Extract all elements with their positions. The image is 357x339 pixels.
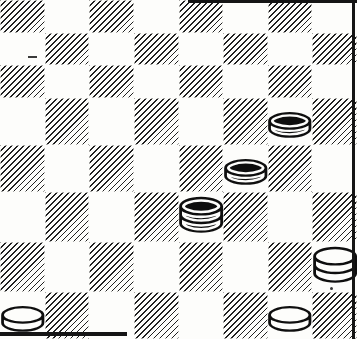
square-r7c5 bbox=[223, 292, 268, 339]
square-r6c0 bbox=[0, 242, 45, 292]
square-r5c0 bbox=[0, 192, 45, 242]
square-r0c5 bbox=[223, 0, 268, 33]
square-r0c2 bbox=[89, 0, 134, 33]
black-man-piece: ⛂ bbox=[221, 145, 269, 192]
scan-speck bbox=[28, 56, 37, 58]
square-r3c2 bbox=[89, 98, 134, 145]
square-r0c3 bbox=[134, 0, 179, 33]
square-r4c0 bbox=[0, 145, 45, 192]
white-king-piece: ⛁ bbox=[310, 241, 357, 291]
square-r1c3 bbox=[134, 33, 179, 66]
board-border-bottom bbox=[0, 332, 127, 336]
square-r4c6 bbox=[268, 145, 313, 192]
square-r5c3 bbox=[134, 192, 179, 242]
square-r3c0 bbox=[0, 98, 45, 145]
square-r3c7 bbox=[312, 98, 357, 145]
square-r2c1 bbox=[45, 65, 90, 98]
square-r6c7: ⛁ bbox=[312, 242, 357, 292]
square-r0c0 bbox=[0, 0, 45, 33]
square-r0c4 bbox=[179, 0, 224, 33]
square-r3c6: ⛂ bbox=[268, 98, 313, 145]
square-r2c7 bbox=[312, 65, 357, 98]
square-r4c2 bbox=[89, 145, 134, 192]
square-r5c2 bbox=[89, 192, 134, 242]
square-r4c1 bbox=[45, 145, 90, 192]
square-r1c1 bbox=[45, 33, 90, 66]
square-r5c4: ⛃ bbox=[179, 192, 224, 242]
square-r2c3 bbox=[134, 65, 179, 98]
square-r3c4 bbox=[179, 98, 224, 145]
black-man-piece: ⛂ bbox=[266, 98, 314, 145]
board-border-top bbox=[188, 0, 357, 3]
scanned-checkers-diagram: ⛂⛂⛃⛁⛀⛀ bbox=[0, 0, 357, 339]
square-r5c5 bbox=[223, 192, 268, 242]
square-r3c3 bbox=[134, 98, 179, 145]
square-r1c4 bbox=[179, 33, 224, 66]
square-r1c0 bbox=[0, 33, 45, 66]
square-r6c6 bbox=[268, 242, 313, 292]
white-man-piece: ⛀ bbox=[266, 292, 314, 339]
square-r7c4 bbox=[179, 292, 224, 339]
square-r2c0 bbox=[0, 65, 45, 98]
square-r3c5 bbox=[223, 98, 268, 145]
square-r4c4 bbox=[179, 145, 224, 192]
square-r1c7 bbox=[312, 33, 357, 66]
square-r7c6: ⛀ bbox=[268, 292, 313, 339]
square-r6c4 bbox=[179, 242, 224, 292]
square-r1c5 bbox=[223, 33, 268, 66]
square-r0c7 bbox=[312, 0, 357, 33]
square-r5c1 bbox=[45, 192, 90, 242]
square-r1c6 bbox=[268, 33, 313, 66]
square-r0c1 bbox=[45, 0, 90, 33]
square-r2c5 bbox=[223, 65, 268, 98]
square-r4c5: ⛂ bbox=[223, 145, 268, 192]
square-r0c6 bbox=[268, 0, 313, 33]
square-r3c1 bbox=[45, 98, 90, 145]
square-r2c4 bbox=[179, 65, 224, 98]
square-r6c3 bbox=[134, 242, 179, 292]
square-r7c7 bbox=[312, 292, 357, 339]
square-r6c5 bbox=[223, 242, 268, 292]
square-r1c2 bbox=[89, 33, 134, 66]
checkers-board: ⛂⛂⛃⛁⛀⛀ bbox=[0, 0, 357, 339]
square-r7c3 bbox=[134, 292, 179, 339]
square-r4c3 bbox=[134, 145, 179, 192]
square-r5c7 bbox=[312, 192, 357, 242]
square-r5c6 bbox=[268, 192, 313, 242]
square-r2c2 bbox=[89, 65, 134, 98]
square-r6c2 bbox=[89, 242, 134, 292]
square-r6c1 bbox=[45, 242, 90, 292]
board-border-right bbox=[352, 2, 355, 339]
black-king-piece: ⛃ bbox=[177, 191, 226, 241]
square-r4c7 bbox=[312, 145, 357, 192]
